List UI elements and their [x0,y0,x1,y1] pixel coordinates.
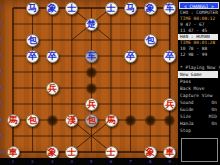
piece-blue-车-highlighted[interactable]: 车 [85,50,98,63]
move-hint-dot[interactable] [47,115,58,126]
piece-red-馬[interactable]: 馬 [7,114,20,127]
file-label-1: 1 [9,159,17,164]
janggi-app-window: 马象士士马象车楚包包卒卒车卒卒兵兵兵馬包漢包馬車象士士象車 1234567891… [0,0,220,165]
piece-red-車[interactable]: 車 [163,146,176,159]
piece-red-包[interactable]: 包 [26,114,39,127]
piece-blue-象[interactable]: 象 [46,2,59,15]
menu-item-capture-view[interactable]: Capture View [178,92,220,99]
setting-value: On [212,106,217,113]
move-hint-dot[interactable] [125,115,136,126]
rank-label-9: 9 [0,134,5,138]
setting-value: On [212,120,217,127]
rank-label-3: 3 [0,38,5,42]
piece-red-車[interactable]: 車 [7,146,20,159]
rank-label-8: 8 [0,118,5,122]
rank-label-5: 5 [0,70,5,74]
piece-blue-士[interactable]: 士 [65,2,78,15]
piece-blue-卒[interactable]: 卒 [46,50,59,63]
file-label-bar: 123456789 [0,158,178,165]
rank-label-1: 1 [0,6,5,10]
file-label-9: 9 [166,159,174,164]
file-label-5: 5 [87,159,95,164]
piece-blue-马[interactable]: 马 [124,2,137,15]
cho-move-list: 9 47 - 6711 47 - 45 [178,22,220,34]
captured-pieces-box [181,138,218,162]
move-hint-dot[interactable] [86,83,97,94]
move-hint-dot[interactable] [145,115,156,126]
file-label-7: 7 [127,159,135,164]
piece-red-象[interactable]: 象 [46,146,59,159]
sidebar-menu: New GamePassBack MoveCapture View [178,71,220,99]
setting-sound[interactable]: SoundOn [178,99,220,106]
sidebar-panel: < CHANGGI > CHO : COMPUTER TIME 00:00:12… [178,0,220,165]
stop-button[interactable]: Stop [178,127,220,134]
rank-label-2: 2 [0,22,5,26]
piece-blue-卒[interactable]: 卒 [26,50,39,63]
setting-guide[interactable]: GuideOn [178,106,220,113]
menu-item-back-move[interactable]: Back Move [178,85,220,92]
app-title: < CHANGGI > [179,2,219,9]
setting-label: Guide [180,106,194,113]
piece-blue-包[interactable]: 包 [26,34,39,47]
move-hint-dot[interactable] [164,115,175,126]
file-label-6: 6 [107,159,115,164]
piece-red-包-highlighted[interactable]: 包 [85,114,98,127]
setting-label: HanJa [180,120,194,127]
piece-red-兵[interactable]: 兵 [46,82,59,95]
han-move-list: 10 78 - 8812 98 - 99 [178,46,220,58]
file-label-4: 4 [68,159,76,164]
piece-blue-卒[interactable]: 卒 [163,50,176,63]
piece-blue-士[interactable]: 士 [105,2,118,15]
setting-hanja[interactable]: HanJaOn [178,120,220,127]
piece-blue-车[interactable]: 车 [163,2,176,15]
piece-red-漢[interactable]: 漢 [65,114,78,127]
setting-size[interactable]: SizeMID [178,113,220,120]
rank-label-7: 7 [0,102,5,106]
setting-value: MID [209,113,217,120]
setting-value: On [212,99,217,106]
piece-blue-楚[interactable]: 楚 [85,18,98,31]
menu-item-new-game[interactable]: New Game [178,71,218,78]
janggi-board[interactable]: 马象士士马象车楚包包卒卒车卒卒兵兵兵馬包漢包馬車象士士象車 1234567891… [0,0,178,158]
move-hint-dot[interactable] [86,67,97,78]
piece-red-士[interactable]: 士 [65,146,78,159]
rank-label-6: 6 [0,86,5,90]
rank-label-10: 10 [0,150,5,154]
piece-blue-象[interactable]: 象 [144,2,157,15]
piece-red-馬[interactable]: 馬 [105,114,118,127]
file-label-3: 3 [48,159,56,164]
sidebar-settings: SoundOnGuideOnSizeMIDHanJaOn [178,99,220,127]
piece-blue-卒[interactable]: 卒 [124,50,137,63]
file-label-8: 8 [146,159,154,164]
piece-red-兵[interactable]: 兵 [163,98,176,111]
menu-item-pass[interactable]: Pass [178,78,220,85]
piece-red-兵[interactable]: 兵 [85,98,98,111]
rank-label-4: 4 [0,54,5,58]
piece-red-象[interactable]: 象 [144,146,157,159]
setting-label: Size [180,113,191,120]
setting-label: Sound [180,99,194,106]
file-label-2: 2 [29,159,37,164]
piece-blue-马[interactable]: 马 [26,2,39,15]
piece-blue-包[interactable]: 包 [144,34,157,47]
piece-red-士[interactable]: 士 [105,146,118,159]
